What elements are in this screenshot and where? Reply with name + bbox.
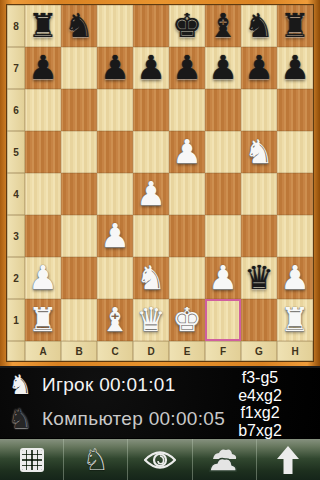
rank-label-4: 4 [7, 173, 25, 215]
move-entry: b7xg2 [220, 422, 300, 440]
piece-white-pawn[interactable]: ♟ [28, 257, 58, 299]
piece-black-pawn[interactable]: ♟ [172, 47, 202, 89]
knight-icon: ♘ [82, 445, 109, 475]
piece-black-pawn[interactable]: ♟ [28, 47, 58, 89]
square-h3[interactable] [277, 215, 313, 257]
square-d4[interactable]: ♟ [133, 173, 169, 215]
move-entry: f1xg2 [220, 404, 300, 422]
toolbar: ♘ [0, 438, 320, 480]
square-a4[interactable] [25, 173, 61, 215]
square-a7[interactable]: ♟ [25, 47, 61, 89]
black-knight-icon: ♞ [4, 403, 36, 435]
square-e8[interactable]: ♚ [169, 5, 205, 47]
rank-label-1: 1 [7, 299, 25, 341]
rank-label-5: 5 [7, 131, 25, 173]
square-h6[interactable] [277, 89, 313, 131]
square-e1[interactable]: ♚ [169, 299, 205, 341]
rank-label-3: 3 [7, 215, 25, 257]
square-g3[interactable] [241, 215, 277, 257]
square-e2[interactable] [169, 257, 205, 299]
white-knight-icon: ♞ [4, 369, 36, 401]
square-b5[interactable] [61, 131, 97, 173]
rank-label-6: 6 [7, 89, 25, 131]
rank-label-2: 2 [7, 257, 25, 299]
square-d2[interactable]: ♞ [133, 257, 169, 299]
eye-icon [144, 449, 176, 471]
piece-black-pawn[interactable]: ♟ [136, 47, 166, 89]
file-label-h: H [277, 341, 313, 361]
square-g7[interactable]: ♟ [241, 47, 277, 89]
white-player-clock: Игрок 00:01:01 [42, 374, 176, 396]
square-h1[interactable]: ♜ [277, 299, 313, 341]
square-h5[interactable] [277, 131, 313, 173]
piece-black-pawn[interactable]: ♟ [100, 47, 130, 89]
file-label-e: E [169, 341, 205, 361]
piece-white-rook[interactable]: ♜ [280, 299, 310, 341]
piece-black-knight[interactable]: ♞ [64, 5, 94, 47]
square-e7[interactable]: ♟ [169, 47, 205, 89]
file-label-d: D [133, 341, 169, 361]
square-b7[interactable] [61, 47, 97, 89]
square-h2[interactable]: ♟ [277, 257, 313, 299]
square-a2[interactable]: ♟ [25, 257, 61, 299]
piece-black-rook[interactable]: ♜ [280, 5, 310, 47]
hills-button[interactable] [193, 439, 257, 480]
piece-white-knight[interactable]: ♞ [136, 257, 166, 299]
square-a3[interactable] [25, 215, 61, 257]
square-c6[interactable] [97, 89, 133, 131]
square-g4[interactable] [241, 173, 277, 215]
square-d5[interactable] [133, 131, 169, 173]
square-b8[interactable]: ♞ [61, 5, 97, 47]
square-b2[interactable] [61, 257, 97, 299]
piece-black-knight[interactable]: ♞ [244, 5, 274, 47]
square-f3[interactable] [205, 215, 241, 257]
file-label-a: A [25, 341, 61, 361]
square-c8[interactable] [97, 5, 133, 47]
square-g1[interactable] [241, 299, 277, 341]
square-f8[interactable]: ♝ [205, 5, 241, 47]
piece-white-pawn[interactable]: ♟ [172, 131, 202, 173]
piece-black-king[interactable]: ♚ [172, 5, 202, 47]
square-b3[interactable] [61, 215, 97, 257]
square-d6[interactable] [133, 89, 169, 131]
square-a8[interactable]: ♜ [25, 5, 61, 47]
square-b6[interactable] [61, 89, 97, 131]
square-d7[interactable]: ♟ [133, 47, 169, 89]
piece-black-bishop[interactable]: ♝ [208, 5, 238, 47]
square-g5[interactable]: ♞ [241, 131, 277, 173]
board-button[interactable] [0, 439, 64, 480]
square-c4[interactable] [97, 173, 133, 215]
square-f7[interactable]: ♟ [205, 47, 241, 89]
piece-black-pawn[interactable]: ♟ [280, 47, 310, 89]
square-f6[interactable] [205, 89, 241, 131]
up-button[interactable] [257, 439, 320, 480]
rank-label-7: 7 [7, 47, 25, 89]
square-h4[interactable] [277, 173, 313, 215]
square-h7[interactable]: ♟ [277, 47, 313, 89]
piece-white-bishop[interactable]: ♝ [100, 299, 130, 341]
square-c2[interactable] [97, 257, 133, 299]
piece-white-pawn[interactable]: ♟ [100, 215, 130, 257]
piece-white-rook[interactable]: ♜ [28, 299, 58, 341]
move-entry: e4xg2 [220, 387, 300, 405]
arrow-up-icon [276, 446, 300, 474]
piece-white-knight[interactable]: ♞ [244, 131, 274, 173]
square-f4[interactable] [205, 173, 241, 215]
piece-black-rook[interactable]: ♜ [28, 5, 58, 47]
square-d8[interactable] [133, 5, 169, 47]
file-label-g: G [241, 341, 277, 361]
rank-label-8: 8 [7, 5, 25, 47]
info-panel: ♞ Игрок 00:01:01 ♞ Компьютер 00:00:05 f3… [0, 366, 320, 438]
square-d3[interactable] [133, 215, 169, 257]
square-a5[interactable] [25, 131, 61, 173]
square-f5[interactable] [205, 131, 241, 173]
square-c7[interactable]: ♟ [97, 47, 133, 89]
piece-white-pawn[interactable]: ♟ [208, 257, 238, 299]
file-label-c: C [97, 341, 133, 361]
file-label-f: F [205, 341, 241, 361]
square-f2[interactable]: ♟ [205, 257, 241, 299]
square-g2[interactable]: ♛ [241, 257, 277, 299]
piece-black-queen[interactable]: ♛ [244, 257, 274, 299]
square-e4[interactable] [169, 173, 205, 215]
file-label-b: B [61, 341, 97, 361]
square-a1[interactable]: ♜ [25, 299, 61, 341]
square-h8[interactable]: ♜ [277, 5, 313, 47]
square-g8[interactable]: ♞ [241, 5, 277, 47]
board-corner [7, 341, 25, 361]
square-e6[interactable] [169, 89, 205, 131]
view-button[interactable] [128, 439, 192, 480]
move-entry: f3-g5 [220, 369, 300, 387]
square-b4[interactable] [61, 173, 97, 215]
clouds-icon [207, 447, 241, 473]
piece-black-pawn[interactable]: ♟ [208, 47, 238, 89]
square-e5[interactable]: ♟ [169, 131, 205, 173]
board-frame: 8♜♞♚♝♞♜7♟♟♟♟♟♟♟65♟♞4♟3♟2♟♞♟♛♟1♜♝♛♚♜ABCDE… [0, 0, 320, 366]
piece-black-pawn[interactable]: ♟ [244, 47, 274, 89]
board: 8♜♞♚♝♞♜7♟♟♟♟♟♟♟65♟♞4♟3♟2♟♞♟♛♟1♜♝♛♚♜ABCDE… [7, 5, 313, 361]
square-b1[interactable] [61, 299, 97, 341]
black-player-clock: Компьютер 00:00:05 [42, 408, 225, 430]
square-f1[interactable] [205, 299, 241, 341]
move-list: f3-g5e4xg2f1xg2b7xg2 [220, 369, 300, 439]
square-c5[interactable] [97, 131, 133, 173]
pieces-button[interactable]: ♘ [64, 439, 128, 480]
square-a6[interactable] [25, 89, 61, 131]
piece-white-pawn[interactable]: ♟ [136, 173, 166, 215]
piece-white-king[interactable]: ♚ [172, 299, 202, 341]
square-d1[interactable]: ♛ [133, 299, 169, 341]
square-c3[interactable]: ♟ [97, 215, 133, 257]
square-g6[interactable] [241, 89, 277, 131]
square-c1[interactable]: ♝ [97, 299, 133, 341]
board-grid-icon [20, 448, 44, 472]
piece-white-queen[interactable]: ♛ [136, 299, 166, 341]
square-e3[interactable] [169, 215, 205, 257]
piece-white-pawn[interactable]: ♟ [280, 257, 310, 299]
